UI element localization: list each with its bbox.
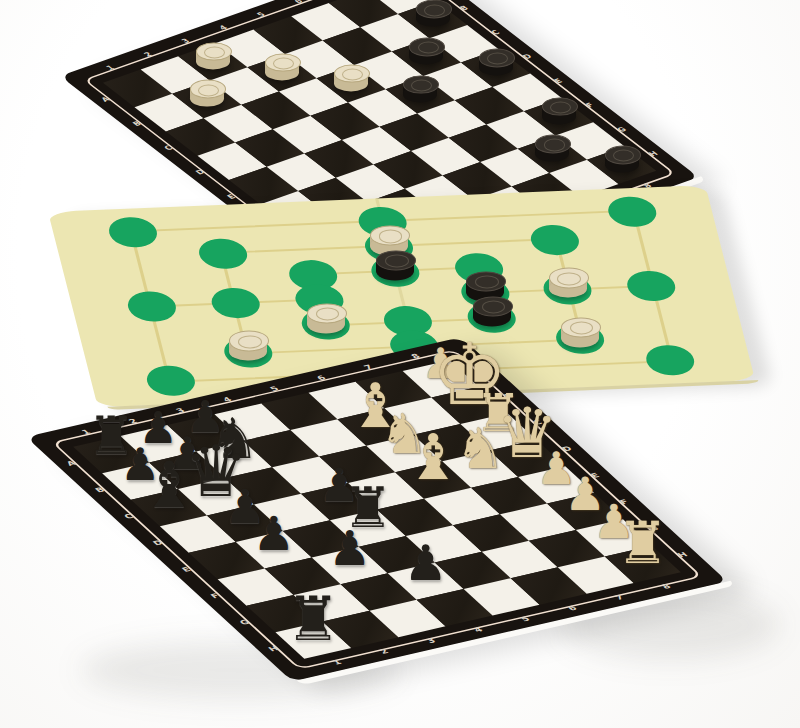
chess-coordinate-label: 6 — [316, 375, 328, 382]
checkers-coordinate-label: F — [584, 102, 595, 109]
chess-coordinate-label: H — [676, 552, 690, 559]
mill-checker-black[interactable] — [473, 296, 511, 326]
checker-black-man[interactable] — [479, 49, 513, 76]
game-set-product-photo: AA11BB22CC33DD44EE55FF66GG77HH88 AA11BB2… — [0, 0, 800, 728]
mill-checker-white[interactable] — [561, 317, 599, 347]
chess-coordinate-label: 4 — [472, 627, 484, 634]
checker-black-man[interactable] — [542, 97, 576, 124]
checkers-coordinate-label: B — [131, 120, 143, 127]
checker-white-man[interactable] — [265, 53, 299, 80]
chess-coordinate-label: A — [65, 460, 78, 467]
chess-piece-black-pawn[interactable]: ♟ — [404, 539, 448, 588]
checker-black-man[interactable] — [416, 0, 450, 27]
checkers-coordinate-label: C — [163, 145, 175, 152]
checkers-coordinate-label: B — [458, 5, 470, 12]
chess-piece-black-pawn[interactable]: ♟ — [328, 524, 371, 572]
chess-coordinate-label: 6 — [567, 605, 579, 612]
checker-black-man[interactable] — [605, 146, 639, 173]
checkers-coordinate-label: 1 — [105, 65, 117, 72]
checker-black-man[interactable] — [535, 135, 569, 162]
mill-checker-white[interactable] — [549, 268, 587, 298]
chess-piece-white-rook[interactable]: ♜ — [617, 514, 669, 572]
chess-coordinate-label: H — [267, 646, 281, 653]
chess-coordinate-label: E — [180, 566, 192, 573]
chess-coordinate-label: 8 — [410, 353, 422, 360]
checker-black-man[interactable] — [409, 38, 443, 65]
chess-coordinate-label: D — [152, 540, 166, 547]
checker-white-man[interactable] — [196, 42, 230, 69]
mill-point-g1[interactable] — [643, 344, 698, 376]
chess-piece-black-pawn[interactable]: ♟ — [253, 509, 295, 556]
chess-piece-black-rook[interactable]: ♜ — [286, 588, 341, 649]
checkers-coordinate-label: E — [226, 194, 237, 201]
chess-coordinate-label: 8 — [661, 583, 673, 590]
chess-coordinate-label: F — [209, 593, 221, 600]
checkers-coordinate-label: E — [553, 78, 564, 85]
checkers-coordinate-label: G — [616, 126, 628, 133]
checkers-coordinate-label: D — [194, 169, 207, 176]
checker-white-man[interactable] — [190, 80, 224, 107]
chess-coordinate-label: 5 — [269, 386, 281, 393]
checkers-coordinate-label: 5 — [255, 11, 267, 18]
checkers-coordinate-label: D — [521, 53, 534, 60]
mill-checker-white[interactable] — [307, 303, 345, 333]
chess-piece-white-bishop[interactable]: ♝ — [405, 426, 461, 489]
chess-coordinate-label: G — [238, 619, 252, 626]
mill-checker-white[interactable] — [229, 331, 267, 361]
chess-coordinate-label: 5 — [519, 616, 531, 623]
mill-checker-black[interactable] — [376, 250, 414, 280]
chess-piece-white-knight[interactable]: ♞ — [455, 421, 505, 477]
chess-coordinate-label: 2 — [378, 648, 390, 655]
checkers-coordinate-label: 2 — [143, 51, 155, 58]
checkers-coordinate-label: H — [647, 150, 660, 157]
chess-piece-black-bishop[interactable]: ♝ — [140, 453, 197, 517]
chess-coordinate-label: 3 — [425, 638, 437, 645]
chess-coordinate-label: C — [123, 513, 136, 520]
checkers-coordinate-label: A — [100, 96, 112, 103]
checker-white-man[interactable] — [334, 64, 368, 91]
chess-coordinate-label: B — [94, 487, 107, 494]
checkers-coordinate-label: C — [490, 29, 502, 36]
chess-coordinate-label: 1 — [331, 659, 343, 666]
checkers-coordinate-label: 4 — [218, 25, 230, 32]
checker-black-man[interactable] — [403, 75, 437, 102]
checkers-coordinate-label: 3 — [180, 38, 192, 45]
checkers-coordinate-label: 6 — [293, 0, 305, 5]
chess-coordinate-label: 7 — [614, 594, 626, 601]
